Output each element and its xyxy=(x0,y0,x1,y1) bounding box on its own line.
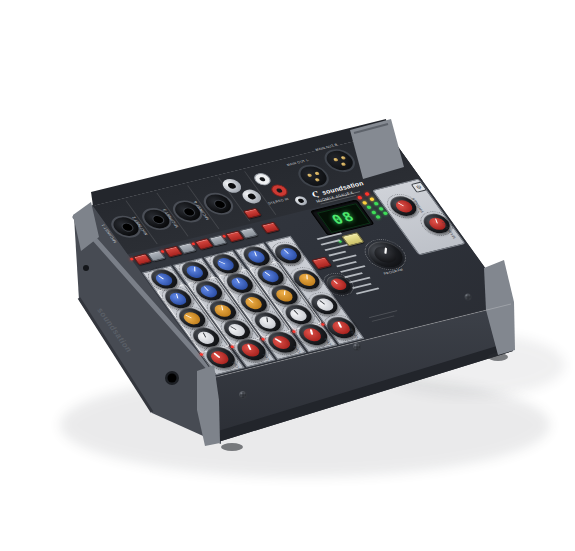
screw xyxy=(353,343,361,351)
top-front-edge-highlight xyxy=(216,304,511,377)
minijack-hole xyxy=(168,374,177,383)
product-photo-audio-mixer: soundsation MIC/INST 1 MIC/INST 2 MIC/IN… xyxy=(0,0,575,551)
front-right-bumper xyxy=(484,260,515,355)
bumpers-and-hardware xyxy=(0,0,575,551)
screw xyxy=(465,294,472,301)
rear-right-bumper xyxy=(350,119,404,179)
side-screw-hole xyxy=(83,265,89,271)
rear-left-bumper xyxy=(73,202,99,251)
screw xyxy=(239,391,247,399)
